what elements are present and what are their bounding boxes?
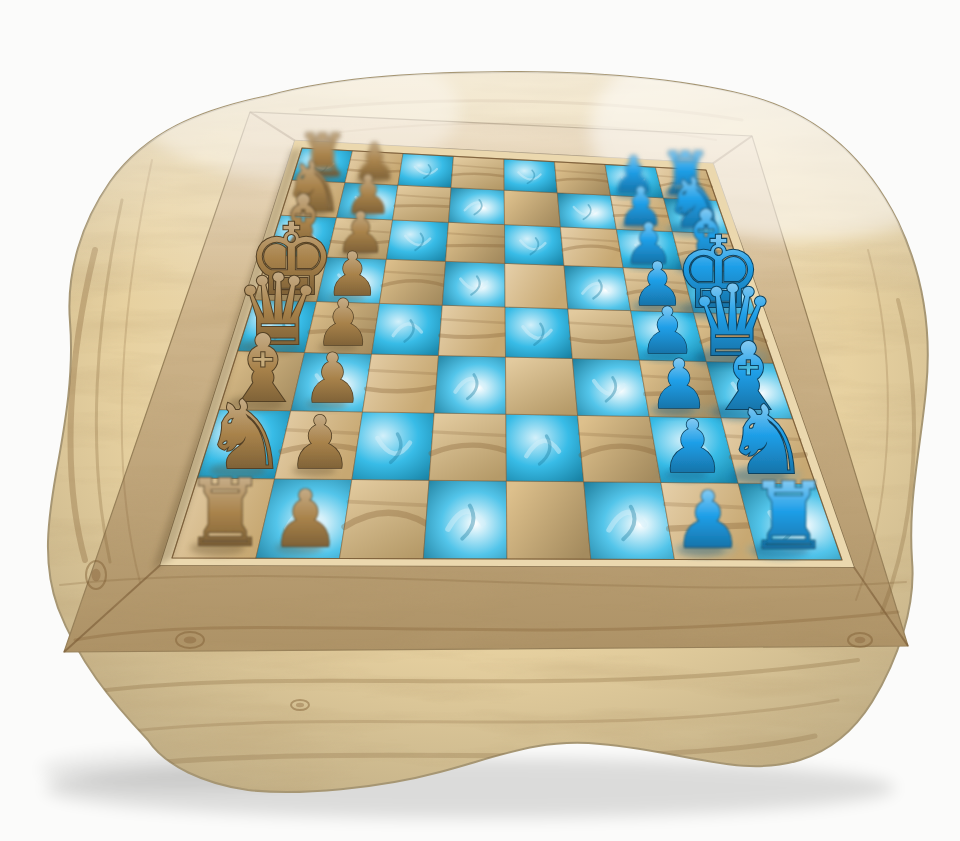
square-h3[interactable] <box>398 154 454 188</box>
square-grain <box>447 245 505 246</box>
chess-board-photo: ♜♟♟♜♞♟♟♞♝♟♟♝♚♟♟♚♛♟♟♛♝♟♟♝♞♟♟♞♜♟♟♜ <box>0 0 960 841</box>
square-f4[interactable] <box>446 222 505 263</box>
square-a4[interactable] <box>423 480 507 559</box>
wood-knot-core <box>92 569 101 582</box>
wood-knot-core <box>296 703 304 708</box>
square-c4[interactable] <box>434 356 506 415</box>
square-d4[interactable] <box>439 305 506 357</box>
square-c6[interactable] <box>572 359 649 417</box>
wood-knot-core <box>184 636 197 643</box>
square-g5[interactable] <box>504 190 560 227</box>
square-e4[interactable] <box>442 261 505 307</box>
square-c3[interactable] <box>363 354 439 413</box>
piece-white-pawn[interactable]: ♟ <box>270 474 340 564</box>
square-a5[interactable] <box>506 481 590 559</box>
piece-black-pawn[interactable]: ♟ <box>673 475 743 565</box>
square-d5[interactable] <box>505 307 572 359</box>
square-g4[interactable] <box>449 188 505 225</box>
wood-knot-core <box>855 637 866 643</box>
square-h5[interactable] <box>504 159 557 193</box>
square-d6[interactable] <box>568 309 640 360</box>
square-grain <box>395 206 450 207</box>
square-g6[interactable] <box>557 193 616 230</box>
square-g3[interactable] <box>393 185 452 222</box>
square-a6[interactable] <box>584 482 675 560</box>
square-d3[interactable] <box>372 303 443 355</box>
square-b5[interactable] <box>506 414 584 482</box>
piece-white-pawn[interactable]: ♟ <box>287 400 352 485</box>
piece-white-rook[interactable]: ♜ <box>184 460 266 567</box>
square-e6[interactable] <box>564 266 631 311</box>
square-f5[interactable] <box>505 225 565 266</box>
square-f3[interactable] <box>386 220 448 261</box>
square-c5[interactable] <box>506 357 578 415</box>
square-e5[interactable] <box>505 263 568 308</box>
piece-black-rook[interactable]: ♜ <box>747 463 829 570</box>
square-b3[interactable] <box>352 412 434 480</box>
